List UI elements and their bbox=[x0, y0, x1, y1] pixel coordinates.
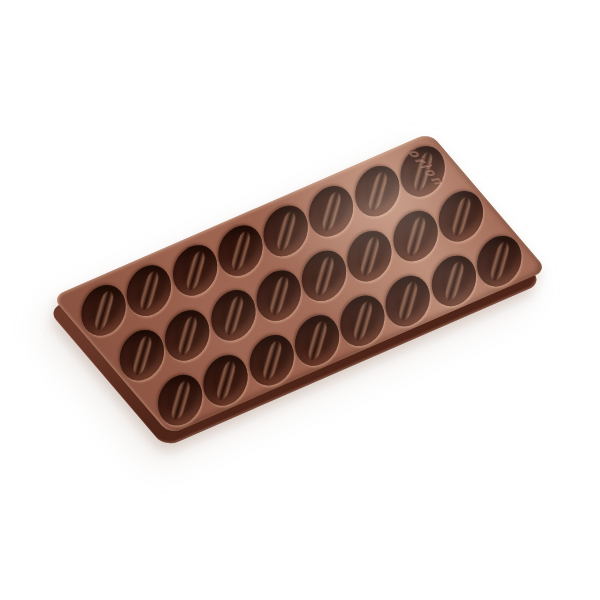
tray-shadow: orion bbox=[0, 0, 600, 600]
photo-stage: orion bbox=[0, 0, 600, 600]
chocolate-mold-tray: orion bbox=[52, 133, 547, 435]
